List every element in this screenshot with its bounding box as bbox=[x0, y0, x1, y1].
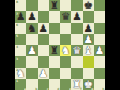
square-h6[interactable] bbox=[94, 23, 105, 34]
piece-white-bishop-g4[interactable]: ♝ bbox=[83, 45, 92, 56]
square-f3[interactable] bbox=[71, 56, 82, 67]
rank-label-5: 5 bbox=[16, 34, 18, 37]
square-g8[interactable]: ♚ bbox=[83, 0, 94, 11]
square-f6[interactable] bbox=[71, 23, 82, 34]
square-h8[interactable] bbox=[94, 0, 105, 11]
square-d3[interactable] bbox=[49, 56, 60, 67]
square-b6[interactable]: ♞ bbox=[26, 23, 37, 34]
square-a4[interactable]: 4 bbox=[15, 45, 26, 56]
square-f1[interactable]: f♜ bbox=[71, 79, 82, 90]
square-h1[interactable]: h bbox=[94, 79, 105, 90]
square-a3[interactable]: 3 bbox=[15, 56, 26, 67]
square-d4[interactable]: ♜ bbox=[49, 45, 60, 56]
piece-white-king-g1[interactable]: ♚ bbox=[83, 79, 92, 90]
piece-white-pawn-h4[interactable]: ♟ bbox=[95, 45, 104, 56]
square-c1[interactable]: c bbox=[38, 79, 49, 90]
app-window: 8♜♚7♟♟♛♟6♞♟♟5♟4♟♜♞♛♝♟32♞♟1abcdef♜g♚h bbox=[0, 0, 120, 90]
square-d1[interactable]: d bbox=[49, 79, 60, 90]
piece-black-pawn-f7[interactable]: ♟ bbox=[72, 11, 81, 22]
square-c8[interactable] bbox=[38, 0, 49, 11]
square-b7[interactable]: ♟ bbox=[26, 11, 37, 22]
square-e6[interactable] bbox=[60, 23, 71, 34]
square-a6[interactable]: 6 bbox=[15, 23, 26, 34]
square-h7[interactable] bbox=[94, 11, 105, 22]
piece-black-rook-d4[interactable]: ♜ bbox=[50, 45, 59, 56]
rank-label-4: 4 bbox=[16, 45, 18, 48]
square-d8[interactable]: ♜ bbox=[49, 0, 60, 11]
square-h2[interactable] bbox=[94, 68, 105, 79]
square-c6[interactable]: ♟ bbox=[38, 23, 49, 34]
square-e7[interactable]: ♛ bbox=[60, 11, 71, 22]
square-c7[interactable] bbox=[38, 11, 49, 22]
square-e3[interactable] bbox=[60, 56, 71, 67]
piece-black-knight-b6[interactable]: ♞ bbox=[27, 23, 36, 34]
piece-white-queen-f4[interactable]: ♛ bbox=[72, 45, 81, 56]
letterbox-left bbox=[0, 0, 15, 90]
piece-white-pawn-c2[interactable]: ♟ bbox=[38, 68, 47, 79]
piece-white-pawn-b4[interactable]: ♟ bbox=[27, 45, 36, 56]
piece-white-rook-f1[interactable]: ♜ bbox=[72, 79, 81, 90]
rank-label-6: 6 bbox=[16, 23, 18, 26]
rank-label-3: 3 bbox=[16, 57, 18, 60]
square-d7[interactable] bbox=[49, 11, 60, 22]
square-b2[interactable] bbox=[26, 68, 37, 79]
square-b4[interactable]: ♟ bbox=[26, 45, 37, 56]
square-a7[interactable]: 7♟ bbox=[15, 11, 26, 22]
piece-black-queen-e7[interactable]: ♛ bbox=[61, 11, 70, 22]
piece-white-knight-e4[interactable]: ♞ bbox=[61, 45, 70, 56]
square-b3[interactable] bbox=[26, 56, 37, 67]
square-h4[interactable]: ♟ bbox=[94, 45, 105, 56]
square-b1[interactable]: b bbox=[26, 79, 37, 90]
square-c5[interactable] bbox=[38, 34, 49, 45]
piece-black-pawn-b7[interactable]: ♟ bbox=[27, 11, 36, 22]
chess-board: 8♜♚7♟♟♛♟6♞♟♟5♟4♟♜♞♛♝♟32♞♟1abcdef♜g♚h bbox=[15, 0, 105, 90]
square-e1[interactable]: e bbox=[60, 79, 71, 90]
square-e4[interactable]: ♞ bbox=[60, 45, 71, 56]
piece-black-pawn-a7[interactable]: ♟ bbox=[16, 11, 25, 22]
square-d2[interactable] bbox=[49, 68, 60, 79]
rank-label-8: 8 bbox=[16, 0, 18, 3]
square-e2[interactable] bbox=[60, 68, 71, 79]
square-a2[interactable]: 2♞ bbox=[15, 68, 26, 79]
piece-black-king-g8[interactable]: ♚ bbox=[83, 0, 92, 11]
square-f4[interactable]: ♛ bbox=[71, 45, 82, 56]
piece-black-rook-d8[interactable]: ♜ bbox=[50, 0, 59, 11]
square-a5[interactable]: 5 bbox=[15, 34, 26, 45]
square-d6[interactable] bbox=[49, 23, 60, 34]
square-g4[interactable]: ♝ bbox=[83, 45, 94, 56]
square-c4[interactable] bbox=[38, 45, 49, 56]
piece-black-pawn-c6[interactable]: ♟ bbox=[38, 23, 47, 34]
square-c3[interactable] bbox=[38, 56, 49, 67]
square-c2[interactable]: ♟ bbox=[38, 68, 49, 79]
square-h3[interactable] bbox=[94, 56, 105, 67]
square-g3[interactable] bbox=[83, 56, 94, 67]
square-a1[interactable]: 1a bbox=[15, 79, 26, 90]
piece-white-knight-a2[interactable]: ♞ bbox=[16, 68, 25, 79]
square-f7[interactable]: ♟ bbox=[71, 11, 82, 22]
square-g7[interactable] bbox=[83, 11, 94, 22]
square-g1[interactable]: g♚ bbox=[83, 79, 94, 90]
letterbox-right bbox=[105, 0, 120, 90]
rank-label-1: 1 bbox=[16, 79, 18, 82]
